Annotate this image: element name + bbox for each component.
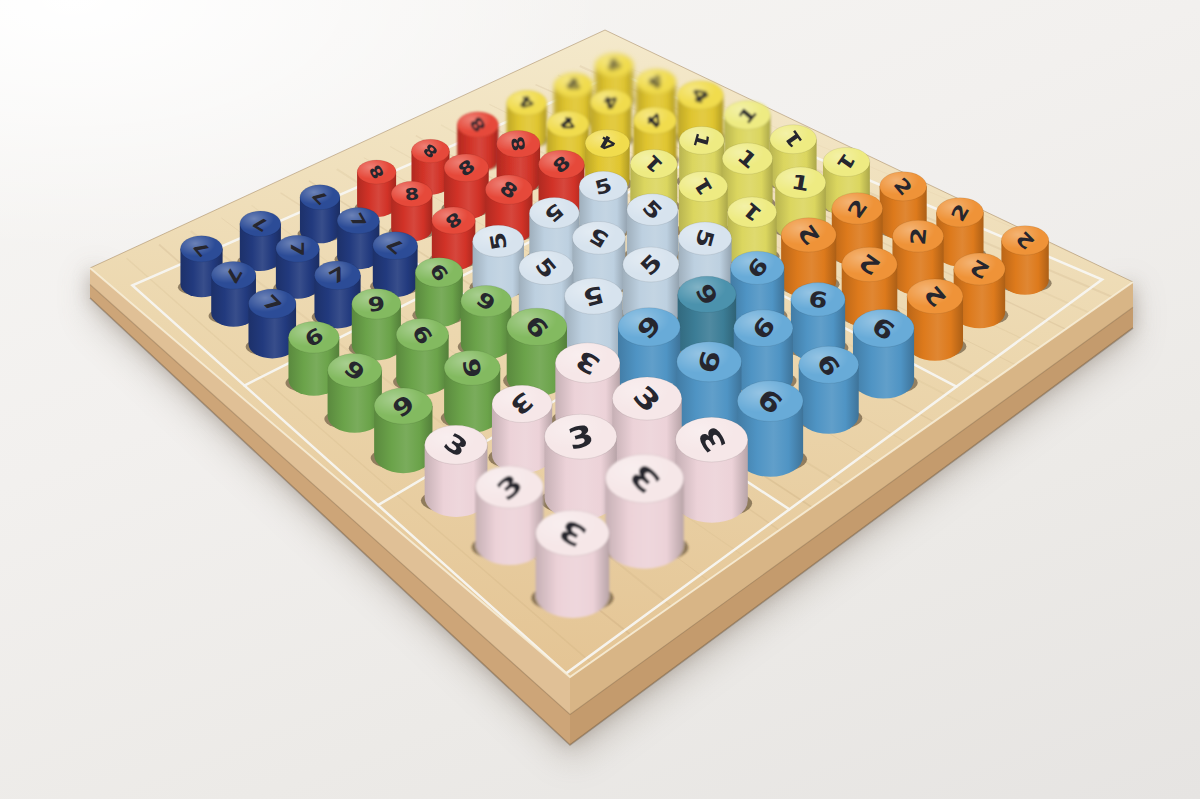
peg-6[interactable]: 6 bbox=[461, 285, 512, 359]
peg-digit: 2 bbox=[905, 226, 930, 246]
peg-2[interactable]: 2 bbox=[907, 279, 963, 361]
peg-3[interactable]: 3 bbox=[536, 510, 610, 618]
peg-6[interactable]: 6 bbox=[352, 289, 401, 361]
peg-7[interactable]: 7 bbox=[276, 235, 320, 299]
peg-6[interactable]: 6 bbox=[444, 351, 500, 433]
scene-svg: 4444441448114881118882115887221558772225… bbox=[0, 0, 1200, 799]
peg-6[interactable]: 6 bbox=[396, 318, 448, 395]
cell-r7c1: 7 bbox=[298, 185, 343, 243]
peg-7[interactable]: 7 bbox=[373, 232, 418, 297]
peg-3[interactable]: 3 bbox=[492, 385, 552, 473]
cell-r7c3: 7 bbox=[370, 232, 420, 297]
cell-r9c9: 3 bbox=[531, 510, 614, 618]
cell-r7c5: 6 bbox=[458, 285, 515, 359]
peg-2[interactable]: 2 bbox=[1001, 226, 1048, 295]
peg-9[interactable]: 9 bbox=[799, 346, 859, 434]
cell-r7c4: 6 bbox=[412, 258, 465, 327]
peg-9[interactable]: 9 bbox=[853, 309, 914, 398]
peg-digit: 6 bbox=[367, 292, 386, 316]
cell-r5c9: 9 bbox=[795, 346, 862, 434]
scene: 4444441448114881118882115887221558772225… bbox=[0, 0, 1200, 799]
peg-6[interactable]: 6 bbox=[415, 258, 463, 327]
peg-6[interactable]: 6 bbox=[328, 354, 382, 433]
peg-6[interactable]: 6 bbox=[374, 388, 432, 473]
cell-r8c5: 6 bbox=[393, 318, 452, 395]
peg-3[interactable]: 3 bbox=[676, 417, 748, 523]
cell-r8c4: 6 bbox=[349, 289, 404, 361]
peg-7[interactable]: 7 bbox=[300, 185, 340, 243]
cell-r4c9: 9 bbox=[849, 309, 917, 398]
peg-digit: 8 bbox=[404, 184, 420, 204]
cell-r8c9: 3 bbox=[601, 454, 689, 568]
peg-3[interactable]: 3 bbox=[476, 466, 544, 565]
peg-7[interactable]: 7 bbox=[240, 211, 281, 271]
peg-3[interactable]: 3 bbox=[605, 454, 683, 568]
peg-digit: 7 bbox=[287, 241, 307, 256]
cell-r1c9: 2 bbox=[999, 226, 1052, 295]
